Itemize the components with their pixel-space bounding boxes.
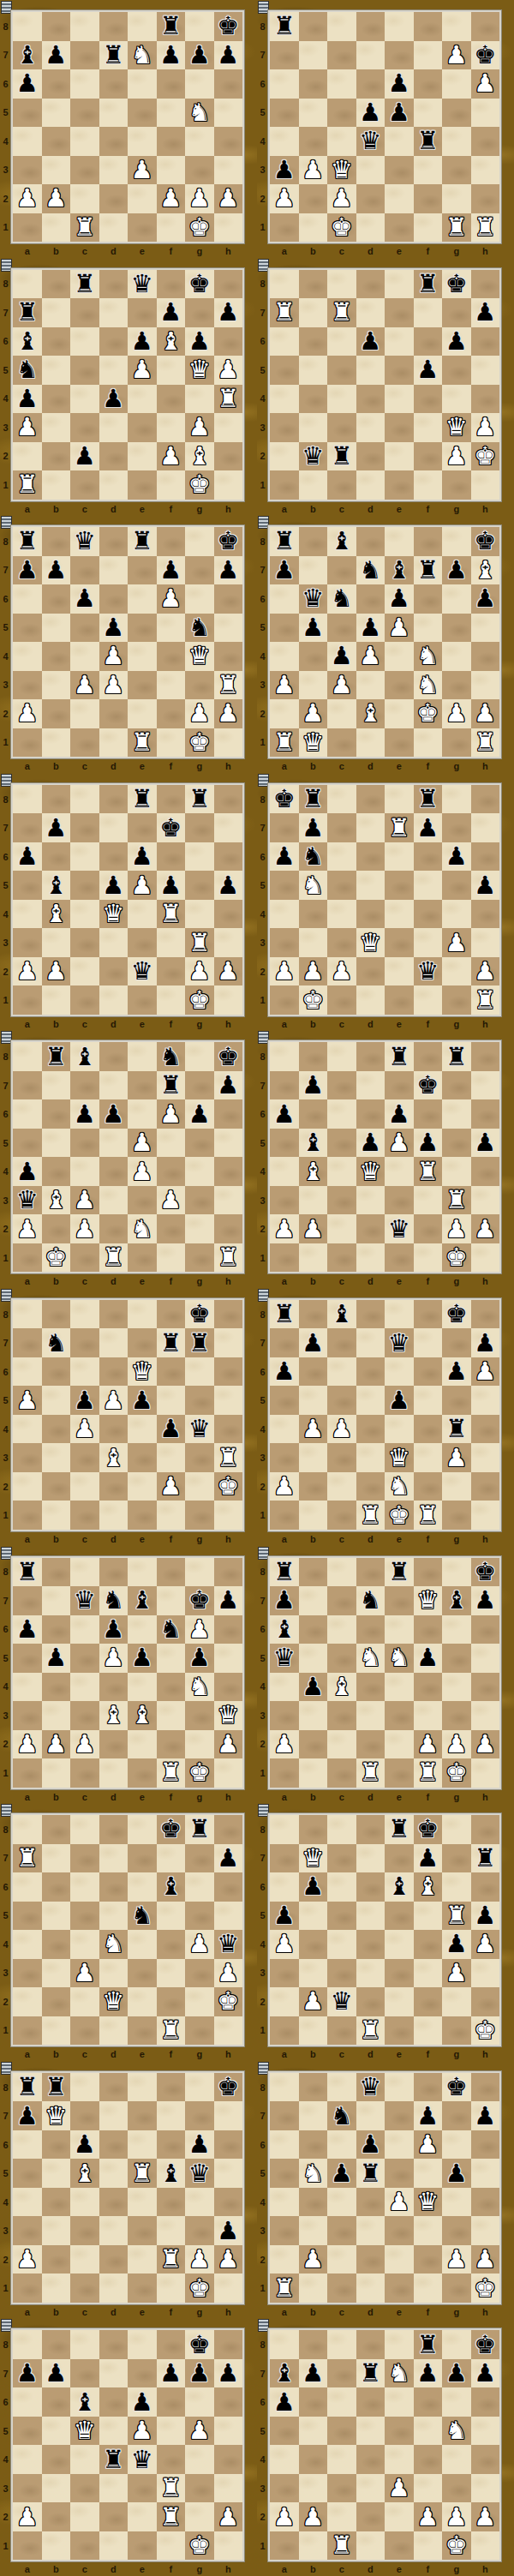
square-c4[interactable] — [327, 900, 356, 929]
square-e7[interactable]: ♞ — [128, 41, 157, 70]
square-c8[interactable] — [70, 2073, 99, 2102]
square-f6[interactable]: ♝ — [157, 1872, 186, 1902]
square-h3[interactable] — [214, 928, 243, 957]
square-e7[interactable]: ♝ — [385, 556, 414, 585]
square-a5[interactable] — [270, 2417, 299, 2446]
square-g8[interactable] — [442, 2330, 471, 2359]
square-h2[interactable]: ♟ — [214, 957, 243, 986]
square-a4[interactable] — [270, 1415, 299, 1444]
square-b4[interactable]: ♟ — [299, 1673, 328, 1702]
square-f6[interactable] — [414, 2387, 443, 2417]
square-a3[interactable]: ♛ — [13, 1186, 42, 1215]
square-h6[interactable] — [214, 842, 243, 872]
square-a4[interactable]: ♟ — [270, 1930, 299, 1959]
square-e4[interactable] — [385, 900, 414, 929]
square-c3[interactable] — [327, 2216, 356, 2245]
square-f4[interactable] — [157, 1930, 186, 1959]
square-f5[interactable] — [414, 1386, 443, 1415]
square-f8[interactable] — [414, 2073, 443, 2102]
square-f7[interactable]: ♟ — [414, 813, 443, 842]
square-d8[interactable] — [356, 270, 385, 299]
square-h7[interactable]: ♟ — [214, 2359, 243, 2388]
square-d1[interactable] — [99, 2016, 128, 2046]
square-b1[interactable] — [42, 213, 71, 243]
square-c5[interactable] — [327, 614, 356, 643]
square-f6[interactable]: ♟ — [157, 584, 186, 614]
square-f8[interactable]: ♜ — [414, 785, 443, 814]
square-b6[interactable] — [299, 1099, 328, 1129]
square-e4[interactable] — [385, 1673, 414, 1702]
square-f5[interactable] — [157, 1902, 186, 1931]
square-b1[interactable] — [42, 728, 71, 758]
square-f8[interactable]: ♚ — [157, 1815, 186, 1844]
square-c5[interactable] — [70, 1644, 99, 1673]
square-h4[interactable] — [471, 1415, 500, 1444]
square-a1[interactable] — [270, 2016, 299, 2046]
square-h1[interactable] — [214, 985, 243, 1015]
square-e8[interactable] — [128, 1558, 157, 1587]
square-d1[interactable] — [356, 985, 385, 1015]
square-f3[interactable]: ♜ — [157, 2474, 186, 2503]
square-h6[interactable] — [214, 1615, 243, 1644]
square-g8[interactable] — [185, 1558, 214, 1587]
square-c4[interactable] — [327, 385, 356, 414]
square-e4[interactable] — [385, 1930, 414, 1959]
square-c1[interactable] — [327, 1758, 356, 1788]
square-b8[interactable] — [299, 270, 328, 299]
square-g7[interactable] — [442, 298, 471, 327]
square-g8[interactable] — [442, 785, 471, 814]
square-a6[interactable]: ♟ — [270, 1357, 299, 1387]
square-c2[interactable] — [327, 1214, 356, 1243]
square-b5[interactable] — [42, 99, 71, 128]
square-d7[interactable] — [356, 1328, 385, 1357]
square-a7[interactable] — [13, 1328, 42, 1357]
square-d8[interactable] — [356, 2330, 385, 2359]
square-c3[interactable] — [70, 2474, 99, 2503]
square-a5[interactable] — [13, 2159, 42, 2188]
square-d1[interactable] — [99, 470, 128, 500]
square-b6[interactable] — [299, 1615, 328, 1644]
square-f7[interactable]: ♟ — [414, 1844, 443, 1873]
square-h4[interactable] — [471, 2188, 500, 2217]
square-e2[interactable] — [128, 2502, 157, 2531]
square-a5[interactable]: ♟ — [13, 1386, 42, 1415]
square-a3[interactable] — [13, 2216, 42, 2245]
square-g7[interactable] — [185, 298, 214, 327]
square-f1[interactable] — [414, 2273, 443, 2303]
square-e6[interactable] — [385, 842, 414, 872]
square-g7[interactable]: ♟ — [185, 41, 214, 70]
square-b8[interactable] — [299, 2073, 328, 2102]
square-a8[interactable]: ♜ — [270, 1558, 299, 1587]
square-d1[interactable] — [356, 2273, 385, 2303]
square-g4[interactable]: ♟ — [185, 1930, 214, 1959]
square-e1[interactable] — [128, 470, 157, 500]
square-b1[interactable] — [42, 2016, 71, 2046]
square-e1[interactable] — [128, 213, 157, 243]
square-h5[interactable]: ♟ — [214, 871, 243, 900]
square-f3[interactable] — [157, 2216, 186, 2245]
square-g4[interactable] — [442, 900, 471, 929]
square-a3[interactable] — [270, 1443, 299, 1472]
square-e8[interactable] — [385, 12, 414, 41]
square-e3[interactable] — [128, 1186, 157, 1215]
square-e6[interactable] — [385, 1615, 414, 1644]
square-a8[interactable] — [13, 1300, 42, 1329]
square-f3[interactable] — [157, 1701, 186, 1730]
square-a5[interactable] — [13, 99, 42, 128]
square-d1[interactable] — [99, 1758, 128, 1788]
square-b2[interactable] — [299, 1730, 328, 1759]
square-c7[interactable] — [70, 1328, 99, 1357]
square-h4[interactable] — [471, 127, 500, 156]
square-b4[interactable] — [299, 2188, 328, 2217]
square-b7[interactable] — [42, 298, 71, 327]
square-f1[interactable] — [157, 2273, 186, 2303]
square-d3[interactable] — [356, 1186, 385, 1215]
square-c7[interactable] — [70, 1844, 99, 1873]
square-c2[interactable]: ♛ — [327, 1987, 356, 2016]
square-g7[interactable] — [442, 1844, 471, 1873]
square-d6[interactable] — [99, 2130, 128, 2160]
square-h5[interactable]: ♟ — [214, 356, 243, 385]
square-f1[interactable] — [157, 728, 186, 758]
square-b2[interactable] — [42, 2245, 71, 2274]
square-c8[interactable] — [70, 1815, 99, 1844]
square-b5[interactable]: ♞ — [299, 2159, 328, 2188]
square-f1[interactable]: ♜ — [414, 1501, 443, 1530]
square-d6[interactable] — [99, 842, 128, 872]
square-b5[interactable]: ♝ — [299, 1129, 328, 1158]
square-e7[interactable] — [128, 298, 157, 327]
square-g4[interactable] — [185, 2445, 214, 2474]
square-g3[interactable] — [185, 1959, 214, 1988]
square-h3[interactable] — [214, 413, 243, 442]
square-c1[interactable] — [70, 2016, 99, 2046]
square-d4[interactable] — [356, 900, 385, 929]
square-h8[interactable] — [214, 1300, 243, 1329]
square-h8[interactable] — [214, 1558, 243, 1587]
square-e3[interactable] — [128, 2474, 157, 2503]
square-h4[interactable] — [214, 642, 243, 671]
square-h1[interactable] — [214, 213, 243, 243]
square-f4[interactable] — [157, 1673, 186, 1702]
square-g8[interactable] — [185, 12, 214, 41]
square-f5[interactable] — [414, 1902, 443, 1931]
square-c4[interactable] — [327, 2445, 356, 2474]
square-f6[interactable]: ♝ — [414, 1872, 443, 1902]
square-d8[interactable] — [356, 12, 385, 41]
square-g5[interactable] — [442, 1386, 471, 1415]
square-b3[interactable] — [299, 413, 328, 442]
square-d5[interactable] — [356, 1386, 385, 1415]
square-b1[interactable] — [42, 2531, 71, 2561]
square-h4[interactable] — [471, 1157, 500, 1186]
square-a7[interactable]: ♟ — [13, 2101, 42, 2130]
square-e7[interactable] — [385, 1586, 414, 1615]
square-g5[interactable] — [442, 1129, 471, 1158]
square-f6[interactable]: ♝ — [157, 327, 186, 356]
square-b3[interactable] — [42, 1959, 71, 1988]
square-d4[interactable]: ♟ — [99, 385, 128, 414]
square-h5[interactable] — [214, 614, 243, 643]
square-a5[interactable] — [13, 614, 42, 643]
square-d4[interactable]: ♜ — [99, 2445, 128, 2474]
square-c8[interactable] — [327, 1815, 356, 1844]
square-c3[interactable] — [327, 1443, 356, 1472]
square-b5[interactable]: ♝ — [42, 871, 71, 900]
square-d8[interactable] — [99, 1558, 128, 1587]
square-c8[interactable]: ♝ — [70, 1042, 99, 1071]
square-d3[interactable]: ♝ — [99, 1701, 128, 1730]
square-g5[interactable]: ♜ — [442, 1902, 471, 1931]
square-g8[interactable]: ♚ — [442, 2073, 471, 2102]
square-f6[interactable] — [157, 1357, 186, 1387]
square-a3[interactable] — [270, 1701, 299, 1730]
square-c1[interactable] — [327, 2273, 356, 2303]
square-d5[interactable] — [99, 2417, 128, 2446]
square-h4[interactable] — [214, 900, 243, 929]
square-h1[interactable] — [471, 1501, 500, 1530]
square-h5[interactable]: ♟ — [471, 871, 500, 900]
square-e4[interactable] — [385, 2445, 414, 2474]
square-g2[interactable]: ♟ — [442, 2502, 471, 2531]
square-e8[interactable]: ♜ — [128, 527, 157, 556]
square-h3[interactable] — [471, 1443, 500, 1472]
square-b2[interactable] — [42, 1987, 71, 2016]
square-b7[interactable] — [299, 556, 328, 585]
square-e1[interactable] — [385, 985, 414, 1015]
square-c8[interactable] — [327, 270, 356, 299]
square-c5[interactable] — [70, 614, 99, 643]
square-f5[interactable] — [414, 99, 443, 128]
square-b5[interactable] — [42, 1386, 71, 1415]
square-h7[interactable]: ♟ — [214, 1844, 243, 1873]
square-b2[interactable]: ♛ — [299, 442, 328, 471]
square-c2[interactable]: ♟ — [70, 442, 99, 471]
square-h8[interactable] — [214, 1815, 243, 1844]
square-e3[interactable] — [128, 413, 157, 442]
square-b3[interactable] — [42, 671, 71, 700]
square-e8[interactable] — [128, 2073, 157, 2102]
square-f8[interactable] — [414, 1042, 443, 1071]
square-a6[interactable] — [13, 1099, 42, 1129]
square-d3[interactable] — [356, 2474, 385, 2503]
square-a4[interactable] — [270, 1673, 299, 1702]
square-g7[interactable] — [442, 813, 471, 842]
square-d5[interactable]: ♟ — [99, 1644, 128, 1673]
square-h6[interactable] — [471, 1872, 500, 1902]
square-h5[interactable] — [471, 356, 500, 385]
square-e1[interactable] — [128, 2273, 157, 2303]
square-f7[interactable]: ♟ — [414, 2101, 443, 2130]
square-d6[interactable]: ♟ — [99, 1099, 128, 1129]
square-d4[interactable]: ♛ — [356, 1157, 385, 1186]
square-d2[interactable] — [99, 2502, 128, 2531]
square-b4[interactable] — [299, 642, 328, 671]
square-g5[interactable]: ♟ — [442, 2159, 471, 2188]
square-d6[interactable] — [99, 69, 128, 99]
square-g3[interactable] — [185, 1186, 214, 1215]
square-a6[interactable] — [270, 327, 299, 356]
square-d2[interactable] — [356, 442, 385, 471]
square-d2[interactable] — [356, 184, 385, 213]
square-f3[interactable] — [157, 928, 186, 957]
square-g7[interactable]: ♟ — [442, 556, 471, 585]
square-b2[interactable] — [299, 1472, 328, 1501]
square-h6[interactable] — [214, 327, 243, 356]
square-e7[interactable] — [128, 556, 157, 585]
square-e8[interactable]: ♜ — [385, 1042, 414, 1071]
square-h5[interactable] — [471, 2159, 500, 2188]
square-b6[interactable]: ♛ — [299, 584, 328, 614]
square-e2[interactable] — [385, 2502, 414, 2531]
square-g2[interactable]: ♟ — [185, 2245, 214, 2274]
square-h4[interactable] — [471, 1673, 500, 1702]
square-g7[interactable] — [185, 1844, 214, 1873]
square-g6[interactable] — [442, 2387, 471, 2417]
square-g6[interactable] — [185, 1357, 214, 1387]
square-d8[interactable] — [99, 1300, 128, 1329]
square-f5[interactable] — [157, 614, 186, 643]
square-e6[interactable]: ♟ — [385, 584, 414, 614]
square-h6[interactable]: ♟ — [471, 584, 500, 614]
square-g4[interactable] — [442, 1157, 471, 1186]
square-d2[interactable] — [356, 2502, 385, 2531]
square-e8[interactable] — [128, 2330, 157, 2359]
square-b7[interactable] — [299, 2101, 328, 2130]
square-c2[interactable]: ♜ — [327, 442, 356, 471]
square-g6[interactable]: ♟ — [185, 1099, 214, 1129]
square-b6[interactable] — [299, 69, 328, 99]
square-h7[interactable]: ♟ — [214, 298, 243, 327]
square-f7[interactable]: ♜ — [157, 1071, 186, 1100]
square-h7[interactable]: ♜ — [471, 1844, 500, 1873]
square-d7[interactable] — [356, 41, 385, 70]
square-h5[interactable] — [471, 1386, 500, 1415]
square-c1[interactable] — [327, 470, 356, 500]
square-c6[interactable] — [70, 1872, 99, 1902]
square-d2[interactable] — [356, 1472, 385, 1501]
square-h3[interactable]: ♟ — [214, 2216, 243, 2245]
square-e1[interactable]: ♜ — [128, 728, 157, 758]
square-h3[interactable] — [471, 1959, 500, 1988]
square-g4[interactable]: ♞ — [185, 1673, 214, 1702]
square-e8[interactable] — [385, 1300, 414, 1329]
square-f5[interactable] — [414, 2159, 443, 2188]
square-a3[interactable] — [270, 2474, 299, 2503]
square-b4[interactable]: ♝ — [42, 900, 71, 929]
square-h2[interactable]: ♟ — [471, 1730, 500, 1759]
square-f3[interactable] — [414, 1186, 443, 1215]
square-f5[interactable] — [157, 99, 186, 128]
square-d4[interactable] — [356, 1415, 385, 1444]
square-e3[interactable] — [128, 1959, 157, 1988]
square-c5[interactable] — [70, 1129, 99, 1158]
square-d5[interactable]: ♟ — [356, 99, 385, 128]
square-d7[interactable] — [99, 1328, 128, 1357]
square-d6[interactable] — [99, 1357, 128, 1387]
square-d1[interactable]: ♜ — [99, 1243, 128, 1273]
square-b7[interactable]: ♟ — [299, 1071, 328, 1100]
square-b5[interactable]: ♟ — [299, 614, 328, 643]
square-f4[interactable]: ♟ — [157, 1415, 186, 1444]
square-d8[interactable] — [356, 1300, 385, 1329]
square-c7[interactable] — [70, 556, 99, 585]
square-h5[interactable] — [214, 1644, 243, 1673]
square-c4[interactable] — [70, 1930, 99, 1959]
square-d2[interactable] — [99, 2245, 128, 2274]
square-e1[interactable] — [128, 985, 157, 1015]
square-g7[interactable] — [442, 1328, 471, 1357]
square-c8[interactable] — [70, 1558, 99, 1587]
square-d6[interactable] — [356, 584, 385, 614]
square-f8[interactable]: ♜ — [414, 2330, 443, 2359]
square-e5[interactable]: ♟ — [385, 99, 414, 128]
square-e2[interactable] — [128, 1472, 157, 1501]
square-d3[interactable] — [99, 2216, 128, 2245]
square-a5[interactable] — [13, 1644, 42, 1673]
square-d4[interactable] — [356, 2445, 385, 2474]
square-e4[interactable]: ♟ — [128, 1157, 157, 1186]
square-g3[interactable]: ♟ — [442, 1443, 471, 1472]
square-c5[interactable]: ♟ — [327, 2159, 356, 2188]
square-c4[interactable] — [70, 642, 99, 671]
square-g7[interactable] — [185, 556, 214, 585]
square-c6[interactable]: ♞ — [327, 584, 356, 614]
square-f4[interactable]: ♞ — [414, 642, 443, 671]
square-b1[interactable] — [42, 1758, 71, 1788]
square-g3[interactable]: ♜ — [185, 928, 214, 957]
square-f4[interactable] — [414, 1930, 443, 1959]
square-h3[interactable] — [214, 1186, 243, 1215]
square-b5[interactable]: ♟ — [42, 1644, 71, 1673]
square-b8[interactable]: ♜ — [42, 2073, 71, 2102]
square-d8[interactable] — [356, 1815, 385, 1844]
square-c8[interactable] — [70, 1300, 99, 1329]
square-b6[interactable] — [42, 327, 71, 356]
square-f6[interactable] — [414, 1099, 443, 1129]
square-a1[interactable] — [270, 985, 299, 1015]
square-d1[interactable] — [99, 213, 128, 243]
square-b7[interactable]: ♟ — [42, 556, 71, 585]
square-d6[interactable]: ♟ — [356, 327, 385, 356]
square-e2[interactable]: ♛ — [385, 1214, 414, 1243]
square-g2[interactable]: ♟ — [185, 699, 214, 728]
square-g5[interactable] — [442, 356, 471, 385]
square-b3[interactable] — [42, 2474, 71, 2503]
square-g8[interactable] — [185, 2073, 214, 2102]
square-d2[interactable] — [99, 442, 128, 471]
square-h6[interactable]: ♟ — [471, 69, 500, 99]
square-c7[interactable] — [327, 1071, 356, 1100]
square-a6[interactable] — [270, 584, 299, 614]
square-h3[interactable] — [471, 1186, 500, 1215]
square-a8[interactable]: ♜ — [13, 1558, 42, 1587]
square-b6[interactable] — [299, 1357, 328, 1387]
square-e3[interactable]: ♟ — [385, 2474, 414, 2503]
square-a2[interactable]: ♟ — [13, 1214, 42, 1243]
square-b5[interactable]: ♞ — [299, 871, 328, 900]
square-e4[interactable] — [128, 1930, 157, 1959]
square-h8[interactable] — [471, 2073, 500, 2102]
square-g8[interactable] — [185, 527, 214, 556]
square-f1[interactable] — [157, 213, 186, 243]
square-c7[interactable] — [70, 1071, 99, 1100]
square-h8[interactable] — [471, 785, 500, 814]
square-a7[interactable]: ♟ — [13, 556, 42, 585]
